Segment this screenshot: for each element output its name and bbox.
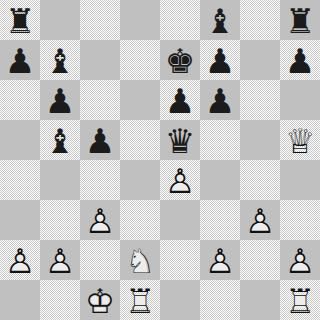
square-e7[interactable]: ♚ bbox=[160, 40, 200, 80]
black-pawn[interactable]: ♟ bbox=[280, 40, 320, 80]
square-b4[interactable] bbox=[40, 160, 80, 200]
square-g4[interactable] bbox=[240, 160, 280, 200]
square-a2[interactable]: ♟♙ bbox=[0, 240, 40, 280]
piece-glyph-outline: ♙ bbox=[40, 240, 80, 280]
piece-glyph: ♟ bbox=[40, 80, 80, 120]
white-pawn[interactable]: ♟♙ bbox=[80, 200, 120, 240]
white-pawn[interactable]: ♟♙ bbox=[280, 240, 320, 280]
piece-glyph-outline: ♘ bbox=[120, 240, 160, 280]
square-d3[interactable] bbox=[120, 200, 160, 240]
piece-glyph-outline: ♙ bbox=[200, 240, 240, 280]
piece-glyph: ♟ bbox=[200, 40, 240, 80]
square-b1[interactable] bbox=[40, 280, 80, 320]
piece-glyph: ♜ bbox=[280, 0, 320, 40]
piece-glyph: ♝ bbox=[40, 120, 80, 160]
square-b2[interactable]: ♟♙ bbox=[40, 240, 80, 280]
black-queen[interactable]: ♛ bbox=[160, 120, 200, 160]
square-e3[interactable] bbox=[160, 200, 200, 240]
piece-glyph-outline: ♙ bbox=[280, 240, 320, 280]
white-king[interactable]: ♚♔ bbox=[80, 280, 120, 320]
piece-glyph: ♟ bbox=[280, 40, 320, 80]
piece-glyph: ♟ bbox=[200, 80, 240, 120]
square-c3[interactable]: ♟♙ bbox=[80, 200, 120, 240]
square-a5[interactable] bbox=[0, 120, 40, 160]
square-c6[interactable] bbox=[80, 80, 120, 120]
square-h5[interactable]: ♛♕ bbox=[280, 120, 320, 160]
square-g7[interactable] bbox=[240, 40, 280, 80]
square-g2[interactable] bbox=[240, 240, 280, 280]
square-f5[interactable] bbox=[200, 120, 240, 160]
square-h6[interactable] bbox=[280, 80, 320, 120]
square-h8[interactable]: ♜ bbox=[280, 0, 320, 40]
square-f1[interactable] bbox=[200, 280, 240, 320]
piece-glyph: ♝ bbox=[200, 0, 240, 40]
white-knight[interactable]: ♞♘ bbox=[120, 240, 160, 280]
square-h4[interactable] bbox=[280, 160, 320, 200]
square-a1[interactable] bbox=[0, 280, 40, 320]
square-f6[interactable]: ♟ bbox=[200, 80, 240, 120]
piece-glyph: ♝ bbox=[40, 40, 80, 80]
square-a3[interactable] bbox=[0, 200, 40, 240]
chess-board: ♜♝♜♟♝♚♟♟♟♟♟♝♟♛♛♕♟♙♟♙♟♙♟♙♟♙♞♘♟♙♟♙♚♔♜♖♜♖ bbox=[0, 0, 320, 320]
square-a7[interactable]: ♟ bbox=[0, 40, 40, 80]
white-pawn[interactable]: ♟♙ bbox=[160, 160, 200, 200]
white-pawn[interactable]: ♟♙ bbox=[200, 240, 240, 280]
black-pawn[interactable]: ♟ bbox=[80, 120, 120, 160]
square-e4[interactable]: ♟♙ bbox=[160, 160, 200, 200]
square-f4[interactable] bbox=[200, 160, 240, 200]
square-f2[interactable]: ♟♙ bbox=[200, 240, 240, 280]
square-g6[interactable] bbox=[240, 80, 280, 120]
square-c1[interactable]: ♚♔ bbox=[80, 280, 120, 320]
square-d4[interactable] bbox=[120, 160, 160, 200]
black-pawn[interactable]: ♟ bbox=[200, 40, 240, 80]
square-d8[interactable] bbox=[120, 0, 160, 40]
square-b8[interactable] bbox=[40, 0, 80, 40]
black-pawn[interactable]: ♟ bbox=[0, 40, 40, 80]
square-c2[interactable] bbox=[80, 240, 120, 280]
black-pawn[interactable]: ♟ bbox=[160, 80, 200, 120]
square-b5[interactable]: ♝ bbox=[40, 120, 80, 160]
black-pawn[interactable]: ♟ bbox=[200, 80, 240, 120]
square-d1[interactable]: ♜♖ bbox=[120, 280, 160, 320]
black-bishop[interactable]: ♝ bbox=[40, 120, 80, 160]
piece-glyph-outline: ♖ bbox=[280, 280, 320, 320]
black-bishop[interactable]: ♝ bbox=[40, 40, 80, 80]
square-b3[interactable] bbox=[40, 200, 80, 240]
square-c7[interactable] bbox=[80, 40, 120, 80]
square-e5[interactable]: ♛ bbox=[160, 120, 200, 160]
square-e8[interactable] bbox=[160, 0, 200, 40]
square-a8[interactable]: ♜ bbox=[0, 0, 40, 40]
square-g8[interactable] bbox=[240, 0, 280, 40]
white-pawn[interactable]: ♟♙ bbox=[0, 240, 40, 280]
piece-glyph-outline: ♖ bbox=[120, 280, 160, 320]
square-g3[interactable]: ♟♙ bbox=[240, 200, 280, 240]
white-queen[interactable]: ♛♕ bbox=[280, 120, 320, 160]
square-c5[interactable]: ♟ bbox=[80, 120, 120, 160]
piece-glyph-outline: ♙ bbox=[160, 160, 200, 200]
piece-glyph: ♟ bbox=[80, 120, 120, 160]
square-a6[interactable] bbox=[0, 80, 40, 120]
black-king[interactable]: ♚ bbox=[160, 40, 200, 80]
square-h1[interactable]: ♜♖ bbox=[280, 280, 320, 320]
white-rook[interactable]: ♜♖ bbox=[280, 280, 320, 320]
square-b7[interactable]: ♝ bbox=[40, 40, 80, 80]
square-h7[interactable]: ♟ bbox=[280, 40, 320, 80]
square-c8[interactable] bbox=[80, 0, 120, 40]
piece-glyph: ♚ bbox=[160, 40, 200, 80]
square-h2[interactable]: ♟♙ bbox=[280, 240, 320, 280]
square-d7[interactable] bbox=[120, 40, 160, 80]
piece-glyph-outline: ♙ bbox=[80, 200, 120, 240]
piece-glyph: ♛ bbox=[160, 120, 200, 160]
square-d6[interactable] bbox=[120, 80, 160, 120]
square-f7[interactable]: ♟ bbox=[200, 40, 240, 80]
square-d2[interactable]: ♞♘ bbox=[120, 240, 160, 280]
square-e6[interactable]: ♟ bbox=[160, 80, 200, 120]
square-b6[interactable]: ♟ bbox=[40, 80, 80, 120]
black-pawn[interactable]: ♟ bbox=[40, 80, 80, 120]
white-rook[interactable]: ♜♖ bbox=[120, 280, 160, 320]
piece-glyph: ♟ bbox=[160, 80, 200, 120]
black-bishop[interactable]: ♝ bbox=[200, 0, 240, 40]
piece-glyph-outline: ♙ bbox=[240, 200, 280, 240]
square-f8[interactable]: ♝ bbox=[200, 0, 240, 40]
piece-glyph-outline: ♙ bbox=[0, 240, 40, 280]
piece-glyph-outline: ♔ bbox=[80, 280, 120, 320]
square-e1[interactable] bbox=[160, 280, 200, 320]
square-h3[interactable] bbox=[280, 200, 320, 240]
square-g5[interactable] bbox=[240, 120, 280, 160]
square-e2[interactable] bbox=[160, 240, 200, 280]
square-g1[interactable] bbox=[240, 280, 280, 320]
square-a4[interactable] bbox=[0, 160, 40, 200]
piece-glyph-outline: ♕ bbox=[280, 120, 320, 160]
square-f3[interactable] bbox=[200, 200, 240, 240]
piece-glyph: ♟ bbox=[0, 40, 40, 80]
piece-glyph: ♜ bbox=[0, 0, 40, 40]
white-pawn[interactable]: ♟♙ bbox=[240, 200, 280, 240]
black-rook[interactable]: ♜ bbox=[280, 0, 320, 40]
white-pawn[interactable]: ♟♙ bbox=[40, 240, 80, 280]
black-rook[interactable]: ♜ bbox=[0, 0, 40, 40]
square-c4[interactable] bbox=[80, 160, 120, 200]
square-d5[interactable] bbox=[120, 120, 160, 160]
